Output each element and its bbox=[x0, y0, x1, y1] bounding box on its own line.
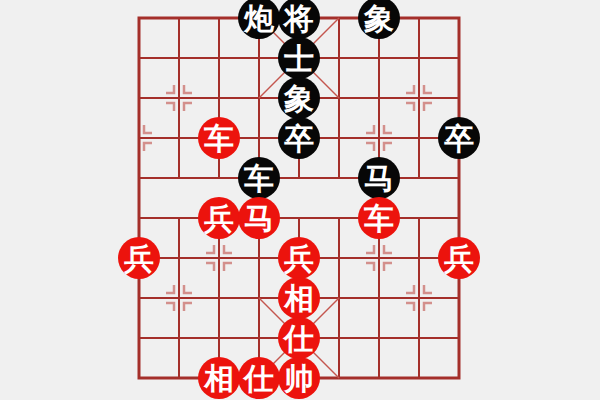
piece-glyph: 车 bbox=[204, 124, 234, 154]
piece-glyph: 兵 bbox=[284, 244, 314, 274]
piece-glyph: 仕 bbox=[284, 324, 314, 354]
red-soldier[interactable]: 兵 bbox=[118, 237, 160, 279]
piece-glyph: 士 bbox=[284, 44, 314, 74]
piece-glyph: 兵 bbox=[444, 244, 474, 274]
piece-glyph: 象 bbox=[364, 4, 394, 34]
piece-glyph: 马 bbox=[244, 204, 274, 234]
red-soldier[interactable]: 兵 bbox=[278, 237, 320, 279]
piece-glyph: 仕 bbox=[244, 364, 274, 394]
xiangqi-screenshot: 炮将象士象车卒卒车马兵马车兵兵兵相仕相仕帅 bbox=[0, 0, 600, 400]
black-cannon[interactable]: 炮 bbox=[238, 0, 280, 39]
black-chariot[interactable]: 车 bbox=[238, 157, 280, 199]
red-soldier[interactable]: 兵 bbox=[198, 197, 240, 239]
black-elephant[interactable]: 象 bbox=[278, 77, 320, 119]
piece-glyph: 帅 bbox=[284, 364, 314, 394]
black-general[interactable]: 将 bbox=[278, 0, 320, 39]
piece-glyph: 卒 bbox=[444, 124, 474, 154]
black-elephant[interactable]: 象 bbox=[358, 0, 400, 39]
red-soldier[interactable]: 兵 bbox=[438, 237, 480, 279]
piece-glyph: 兵 bbox=[204, 204, 234, 234]
piece-glyph: 马 bbox=[364, 164, 394, 194]
piece-glyph: 车 bbox=[364, 204, 394, 234]
red-elephant[interactable]: 相 bbox=[198, 357, 240, 399]
black-horse[interactable]: 马 bbox=[358, 157, 400, 199]
piece-glyph: 相 bbox=[204, 364, 234, 394]
piece-glyph: 卒 bbox=[284, 124, 314, 154]
red-elephant[interactable]: 相 bbox=[278, 277, 320, 319]
piece-glyph: 相 bbox=[284, 284, 314, 314]
black-soldier[interactable]: 卒 bbox=[438, 117, 480, 159]
black-soldier[interactable]: 卒 bbox=[278, 117, 320, 159]
red-general[interactable]: 帅 bbox=[278, 357, 320, 399]
piece-glyph: 兵 bbox=[124, 244, 154, 274]
piece-grid: 炮将象士象车卒卒车马兵马车兵兵兵相仕相仕帅 bbox=[119, 0, 479, 398]
black-advisor[interactable]: 士 bbox=[278, 37, 320, 79]
red-horse[interactable]: 马 bbox=[238, 197, 280, 239]
piece-glyph: 车 bbox=[244, 164, 274, 194]
piece-glyph: 将 bbox=[284, 4, 314, 34]
piece-glyph: 炮 bbox=[244, 4, 274, 34]
piece-glyph: 象 bbox=[284, 84, 314, 114]
red-chariot[interactable]: 车 bbox=[198, 117, 240, 159]
red-advisor[interactable]: 仕 bbox=[278, 317, 320, 359]
red-chariot[interactable]: 车 bbox=[358, 197, 400, 239]
red-advisor[interactable]: 仕 bbox=[238, 357, 280, 399]
